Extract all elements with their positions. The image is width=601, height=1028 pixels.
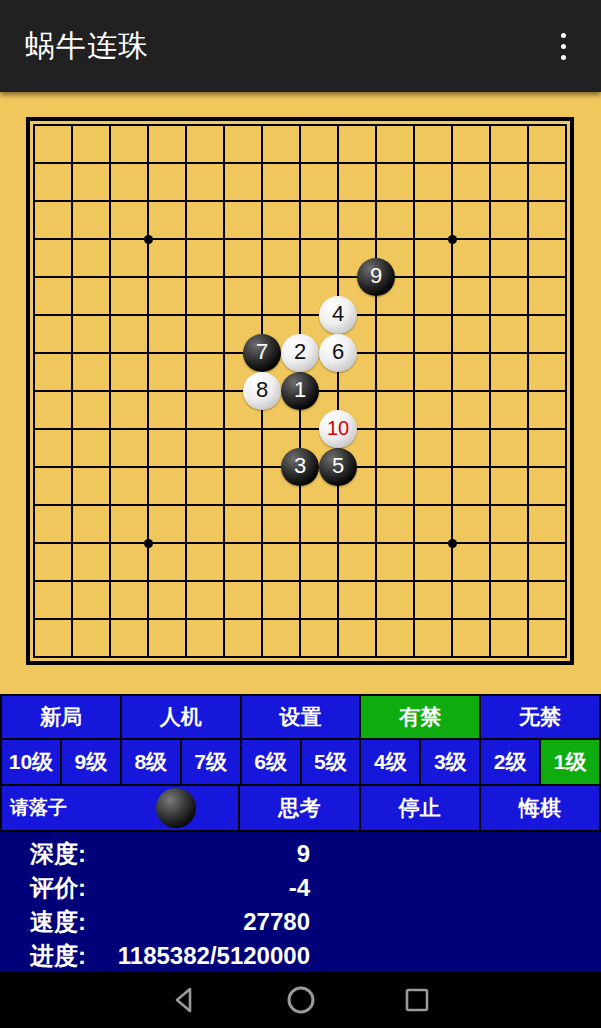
stop-button[interactable]: 停止 xyxy=(361,786,479,830)
status-label: 进度: xyxy=(0,940,110,972)
mode-button-row: 新局人机设置有禁无禁 xyxy=(0,694,601,738)
level-5-button[interactable]: 5级 xyxy=(302,740,360,784)
forbidden-rules-on-button[interactable]: 有禁 xyxy=(361,696,479,738)
turn-prompt-label: 请落子 xyxy=(10,795,67,821)
black-stone-7: 7 xyxy=(243,334,281,372)
new-game-button[interactable]: 新局 xyxy=(2,696,120,738)
black-stone-9: 9 xyxy=(357,258,395,296)
status-value: 9 xyxy=(110,840,310,868)
android-navbar xyxy=(0,972,601,1028)
recents-icon[interactable] xyxy=(402,985,432,1015)
white-stone-4: 4 xyxy=(319,296,357,334)
level-3-button[interactable]: 3级 xyxy=(421,740,479,784)
status-value: 27780 xyxy=(110,908,310,936)
level-9-button[interactable]: 9级 xyxy=(62,740,120,784)
white-stone-2: 2 xyxy=(281,334,319,372)
black-stone-5: 5 xyxy=(319,448,357,486)
black-stone-3: 3 xyxy=(281,448,319,486)
app-title: 蜗牛连珠 xyxy=(25,26,149,67)
black-stone-1: 1 xyxy=(281,372,319,410)
status-value: 1185382/5120000 xyxy=(110,942,310,970)
white-stone-10: 10 xyxy=(319,410,357,448)
app-screen: 蜗牛连珠 12345678910 新局人机设置有禁无禁 10级9级8级7级6级5… xyxy=(0,0,601,1028)
think-button[interactable]: 思考 xyxy=(240,786,358,830)
level-button-row: 10级9级8级7级6级5级4级3级2级1级 xyxy=(0,738,601,784)
undo-button[interactable]: 悔棋 xyxy=(481,786,599,830)
level-7-button[interactable]: 7级 xyxy=(182,740,240,784)
status-label: 深度: xyxy=(0,838,110,870)
renju-board[interactable]: 12345678910 xyxy=(26,117,574,665)
status-label: 速度: xyxy=(0,906,110,938)
status-label: 评价: xyxy=(0,872,110,904)
status-row: 速度:27780 xyxy=(0,905,601,939)
black-stone-icon xyxy=(156,788,196,828)
stones-grid: 12345678910 xyxy=(15,106,585,676)
white-stone-8: 8 xyxy=(243,372,281,410)
action-button-row: 请落子 思考 停止 悔棋 xyxy=(0,784,601,830)
level-10-button[interactable]: 10级 xyxy=(2,740,60,784)
kebab-menu-icon[interactable] xyxy=(555,26,571,66)
level-4-button[interactable]: 4级 xyxy=(361,740,419,784)
settings-button[interactable]: 设置 xyxy=(242,696,360,738)
forbidden-rules-off-button[interactable]: 无禁 xyxy=(481,696,599,738)
home-icon[interactable] xyxy=(286,985,316,1015)
status-row: 深度:9 xyxy=(0,837,601,871)
level-2-button[interactable]: 2级 xyxy=(481,740,539,784)
engine-status-panel: 深度:9评价:-4速度:27780进度:1185382/5120000 xyxy=(0,830,601,972)
status-row: 进度:1185382/5120000 xyxy=(0,939,601,973)
level-1-button[interactable]: 1级 xyxy=(541,740,599,784)
app-header: 蜗牛连珠 xyxy=(0,0,601,92)
control-panel: 新局人机设置有禁无禁 10级9级8级7级6级5级4级3级2级1级 请落子 思考 … xyxy=(0,694,601,830)
board-zone: 12345678910 xyxy=(0,92,601,694)
level-8-button[interactable]: 8级 xyxy=(122,740,180,784)
turn-prompt-cell: 请落子 xyxy=(2,786,238,830)
status-row: 评价:-4 xyxy=(0,871,601,905)
status-value: -4 xyxy=(110,874,310,902)
white-stone-6: 6 xyxy=(319,334,357,372)
back-icon[interactable] xyxy=(170,985,200,1015)
level-6-button[interactable]: 6级 xyxy=(242,740,300,784)
human-vs-ai-button[interactable]: 人机 xyxy=(122,696,240,738)
